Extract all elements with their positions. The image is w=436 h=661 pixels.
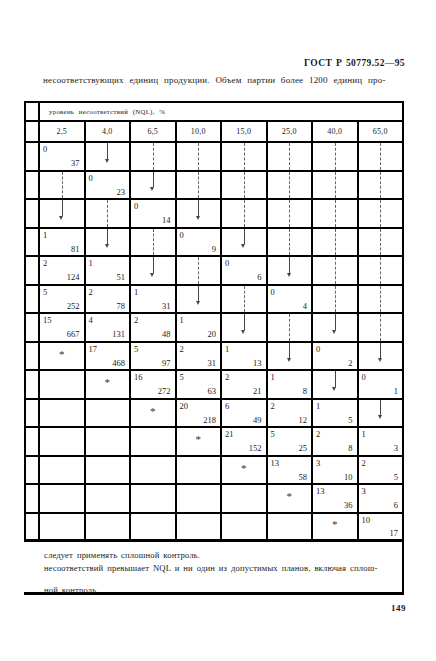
nql-header-cell: уровень несоответствий (NQL), % (40, 103, 404, 122)
sample-size: 81 (71, 245, 80, 254)
plan-cell: 16272 (131, 371, 177, 400)
down-arrow-icon (244, 314, 245, 330)
acceptance-number: 2 (43, 259, 47, 268)
plan-cell (177, 514, 223, 543)
sample-size: 31 (162, 302, 171, 311)
plan-cell (86, 428, 132, 457)
row-label-stub (26, 343, 40, 372)
plan-cell (222, 143, 268, 172)
plan-cell: 1336 (313, 485, 359, 514)
plan-cell: 037 (40, 143, 86, 172)
down-arrow-icon (241, 330, 245, 334)
sample-size: 58 (299, 473, 308, 482)
sample-size: 31 (208, 359, 217, 368)
plan-cell: 649 (222, 400, 268, 429)
acceptance-number: 1 (134, 288, 138, 297)
down-arrow-icon (62, 200, 63, 216)
continuation-line (335, 286, 336, 313)
plan-cell (313, 286, 359, 315)
acceptance-number: 20 (180, 402, 189, 411)
table-corner-cell (26, 103, 40, 122)
skip-asterisk: * (196, 435, 202, 446)
plan-cell (40, 514, 86, 543)
plan-cell: 17468 (86, 343, 132, 372)
plan-cell (222, 200, 268, 229)
sample-size: 667 (67, 330, 80, 339)
plan-cell: * (177, 428, 223, 457)
sample-size: 3 (394, 444, 398, 453)
acceptance-number: 5 (134, 345, 138, 354)
plan-cell (177, 485, 223, 514)
plan-cell: * (40, 343, 86, 372)
plan-cell: * (268, 485, 314, 514)
skip-asterisk: * (287, 492, 293, 503)
plan-cell (177, 457, 223, 486)
sample-size: 21 (253, 387, 262, 396)
skip-asterisk: * (241, 463, 247, 474)
column-header: 25,0 (268, 122, 314, 143)
plan-cell: 20218 (177, 400, 223, 429)
plan-cell (268, 314, 314, 343)
sample-size: 152 (249, 444, 262, 453)
acceptance-number: 4 (89, 316, 93, 325)
footnote-line: следует применять сплошной контроль. (44, 549, 402, 562)
plan-cell: * (222, 457, 268, 486)
plan-cell: * (86, 371, 132, 400)
plan-cell (359, 143, 405, 172)
continuation-line (289, 314, 290, 341)
plan-cell: 525 (268, 428, 314, 457)
row-label-stub (26, 143, 40, 172)
row-label-stub (26, 314, 40, 343)
sample-size: 252 (67, 302, 80, 311)
plan-cell (313, 143, 359, 172)
plan-cell (359, 172, 405, 201)
continuation-line (335, 172, 336, 199)
plan-cell: 310 (313, 457, 359, 486)
plan-cell: 131 (131, 286, 177, 315)
continuation-line (335, 229, 336, 256)
plan-cell (177, 172, 223, 201)
acceptance-number: 2 (362, 459, 366, 468)
continuation-line (153, 143, 154, 170)
continuation-line (380, 200, 381, 227)
plan-cell: 151 (86, 257, 132, 286)
down-arrow-icon (198, 200, 199, 216)
acceptance-number: 0 (362, 373, 366, 382)
plan-cell (268, 172, 314, 201)
sample-size: 20 (208, 330, 217, 339)
plan-cell: 15667 (40, 314, 86, 343)
plan-cell (131, 514, 177, 543)
down-arrow-icon (150, 187, 154, 191)
plan-cell (268, 343, 314, 372)
plan-cell (131, 229, 177, 258)
acceptance-number: 6 (225, 402, 229, 411)
sample-size: 5 (348, 416, 352, 425)
plan-cell (177, 257, 223, 286)
plan-cell (86, 457, 132, 486)
continuation-line (198, 143, 199, 170)
down-arrow-icon (196, 216, 200, 220)
plan-cell: 4131 (86, 314, 132, 343)
continuation-line (198, 257, 199, 284)
down-arrow-icon (153, 257, 154, 273)
acceptance-number: 5 (43, 288, 47, 297)
acceptance-number: 16 (134, 373, 143, 382)
down-arrow-icon (335, 371, 336, 387)
sample-size: 78 (117, 302, 126, 311)
down-arrow-icon (105, 244, 109, 248)
sample-size: 12 (299, 416, 308, 425)
continuation-line (153, 229, 154, 256)
continuation-line (198, 172, 199, 199)
acceptance-number: 5 (180, 373, 184, 382)
sample-size: 272 (158, 387, 171, 396)
continuation-line (380, 257, 381, 284)
plan-cell (40, 200, 86, 229)
plan-cell (86, 143, 132, 172)
plan-cell: 181 (40, 229, 86, 258)
plan-cell (313, 257, 359, 286)
acceptance-number: 0 (316, 345, 320, 354)
plan-cell: 113 (222, 343, 268, 372)
down-arrow-icon (153, 172, 154, 188)
sample-size: 6 (257, 273, 261, 282)
plan-cell (268, 257, 314, 286)
acceptance-number: 2 (89, 288, 93, 297)
plan-cell (313, 371, 359, 400)
plan-cell (268, 143, 314, 172)
acceptance-number: 0 (43, 145, 47, 154)
down-arrow-icon (287, 358, 291, 362)
skip-asterisk: * (105, 378, 111, 389)
sample-size: 14 (162, 216, 171, 225)
plan-cell (222, 514, 268, 543)
skip-asterisk: * (59, 349, 65, 360)
acceptance-number: 1 (271, 373, 275, 382)
plan-cell: 04 (268, 286, 314, 315)
down-arrow-icon (196, 301, 200, 305)
plan-cell (40, 457, 86, 486)
footnote-line: ной контроль (44, 584, 402, 597)
plan-cell: 5252 (40, 286, 86, 315)
plan-cell: 563 (177, 371, 223, 400)
nql-table-grid: уровень несоответствий (NQL), %2,54,06,5… (24, 101, 404, 542)
column-header: 6,5 (131, 122, 177, 143)
plan-cell (177, 200, 223, 229)
sample-size: 218 (203, 416, 216, 425)
down-arrow-icon (378, 415, 382, 419)
acceptance-number: 2 (225, 373, 229, 382)
continuation-line (380, 286, 381, 313)
acceptance-number: 0 (225, 259, 229, 268)
acceptance-number: 1 (89, 259, 93, 268)
plan-cell: 221 (222, 371, 268, 400)
plan-cell (40, 400, 86, 429)
plan-cell (313, 172, 359, 201)
row-label-stub (26, 428, 40, 457)
sample-size: 97 (162, 359, 171, 368)
plan-cell: 28 (313, 428, 359, 457)
skip-asterisk: * (150, 406, 156, 417)
plan-cell (222, 172, 268, 201)
intro-text: несоответствующих единиц продукции. Объе… (43, 75, 405, 85)
plan-cell (131, 428, 177, 457)
down-arrow-icon (332, 387, 336, 391)
continuation-line (62, 172, 63, 199)
plan-cell (40, 485, 86, 514)
plan-cell (359, 229, 405, 258)
continuation-line (289, 143, 290, 170)
column-header: 4,0 (86, 122, 132, 143)
continuation-line (380, 229, 381, 256)
plan-cell (177, 286, 223, 315)
sample-size: 131 (112, 330, 125, 339)
row-label-stub (26, 514, 40, 543)
skip-asterisk: * (332, 520, 338, 531)
plan-cell (131, 485, 177, 514)
row-label-stub (26, 257, 40, 286)
down-arrow-icon (287, 273, 291, 277)
sample-size: 23 (117, 188, 126, 197)
down-arrow-icon (105, 159, 109, 163)
plan-cell: 1017 (359, 514, 405, 543)
continuation-line (244, 172, 245, 199)
continuation-line (335, 143, 336, 170)
plan-cell (222, 229, 268, 258)
acceptance-number: 1 (225, 345, 229, 354)
down-arrow-icon (107, 143, 108, 159)
sample-size: 4 (303, 302, 307, 311)
sample-size: 124 (67, 273, 80, 282)
plan-cell: 18 (268, 371, 314, 400)
down-arrow-icon (241, 244, 245, 248)
acceptance-number: 0 (271, 288, 275, 297)
plan-cell: * (131, 400, 177, 429)
sample-size: 1 (394, 387, 398, 396)
plan-cell: 21152 (222, 428, 268, 457)
row-label-stub (26, 286, 40, 315)
footnote-line: несоответствий превышает NQL и ни один и… (44, 562, 402, 575)
down-arrow-icon (332, 330, 336, 334)
down-arrow-icon (378, 358, 382, 362)
continuation-line (335, 200, 336, 227)
sample-size: 63 (208, 387, 217, 396)
plan-cell (86, 400, 132, 429)
column-header: 65,0 (359, 122, 405, 143)
acceptance-number: 21 (225, 430, 234, 439)
plan-cell: 15 (313, 400, 359, 429)
plan-cell: 25 (359, 457, 405, 486)
plan-cell: 09 (177, 229, 223, 258)
acceptance-number: 2 (180, 345, 184, 354)
plan-cell (313, 314, 359, 343)
sample-size: 48 (162, 330, 171, 339)
acceptance-number: 2 (134, 316, 138, 325)
plan-cell (131, 143, 177, 172)
sample-size: 10 (344, 473, 353, 482)
down-arrow-icon (107, 229, 108, 245)
acceptance-number: 5 (271, 430, 275, 439)
plan-cell (268, 200, 314, 229)
sample-size: 9 (212, 245, 216, 254)
acceptance-number: 3 (362, 487, 366, 496)
sample-size: 36 (344, 501, 353, 510)
page-number: 149 (391, 603, 406, 613)
row-label-stub (26, 122, 40, 143)
plan-cell (131, 457, 177, 486)
plan-cell (222, 314, 268, 343)
down-arrow-icon (289, 257, 290, 273)
acceptance-number: 13 (271, 459, 280, 468)
sample-size: 37 (71, 159, 80, 168)
acceptance-number: 0 (180, 231, 184, 240)
plan-cell (131, 257, 177, 286)
continuation-line (380, 314, 381, 341)
down-arrow-icon (59, 216, 63, 220)
continuation-line (107, 200, 108, 227)
acceptance-number: 15 (43, 316, 52, 325)
continuation-line (289, 172, 290, 199)
plan-cell (40, 428, 86, 457)
column-header: 2,5 (40, 122, 86, 143)
row-label-stub (26, 457, 40, 486)
sample-size: 17 (390, 529, 399, 538)
continuation-line (244, 143, 245, 170)
acceptance-number: 1 (316, 402, 320, 411)
acceptance-number: 1 (362, 430, 366, 439)
row-label-stub (26, 200, 40, 229)
plan-cell (313, 200, 359, 229)
column-header: 40,0 (313, 122, 359, 143)
plan-cell (177, 143, 223, 172)
plan-cell: * (313, 514, 359, 543)
plan-cell (86, 514, 132, 543)
plan-cell: 023 (86, 172, 132, 201)
acceptance-number: 0 (134, 202, 138, 211)
plan-cell: 02 (313, 343, 359, 372)
sample-size: 468 (112, 359, 125, 368)
sample-size: 51 (117, 273, 126, 282)
plan-cell (40, 172, 86, 201)
sample-size: 2 (348, 359, 352, 368)
plan-cell (86, 200, 132, 229)
down-arrow-icon (335, 314, 336, 330)
plan-cell: 212 (268, 400, 314, 429)
acceptance-number: 1 (43, 231, 47, 240)
plan-cell (359, 200, 405, 229)
continuation-line (380, 172, 381, 199)
sample-size: 8 (303, 387, 307, 396)
continuation-line (289, 229, 290, 256)
plan-cell: 01 (359, 371, 405, 400)
plan-cell: 06 (222, 257, 268, 286)
sample-size: 6 (394, 501, 398, 510)
down-arrow-icon (244, 229, 245, 245)
sampling-plans-table: уровень несоответствий (NQL), %2,54,06,5… (24, 101, 404, 595)
row-label-stub (26, 172, 40, 201)
plan-cell (86, 229, 132, 258)
acceptance-number: 17 (89, 345, 98, 354)
plan-cell (222, 286, 268, 315)
plan-cell: 2124 (40, 257, 86, 286)
sample-size: 5 (394, 473, 398, 482)
plan-cell: 248 (131, 314, 177, 343)
plan-cell (40, 371, 86, 400)
plan-cell: 13 (359, 428, 405, 457)
plan-cell: 014 (131, 200, 177, 229)
acceptance-number: 0 (89, 174, 93, 183)
continuation-line (289, 200, 290, 227)
row-label-stub (26, 229, 40, 258)
sample-size: 25 (299, 444, 308, 453)
row-label-stub (26, 485, 40, 514)
plan-cell: 231 (177, 343, 223, 372)
plan-cell: 36 (359, 485, 405, 514)
plan-cell: 120 (177, 314, 223, 343)
plan-cell (359, 286, 405, 315)
plan-cell (86, 485, 132, 514)
plan-cell (359, 257, 405, 286)
acceptance-number: 2 (271, 402, 275, 411)
down-arrow-icon (380, 400, 381, 416)
down-arrow-icon (198, 286, 199, 302)
plan-cell (131, 172, 177, 201)
row-label-stub (26, 371, 40, 400)
standard-reference: ГОСТ Р 50779.52—95 (304, 58, 405, 68)
plan-cell (359, 343, 405, 372)
acceptance-number: 13 (316, 487, 325, 496)
continuation-line (380, 143, 381, 170)
plan-cell (268, 229, 314, 258)
down-arrow-icon (380, 343, 381, 359)
plan-cell (359, 314, 405, 343)
plan-cell (313, 229, 359, 258)
plan-cell (268, 514, 314, 543)
plan-cell: 1358 (268, 457, 314, 486)
plan-cell: 278 (86, 286, 132, 315)
down-arrow-icon (150, 273, 154, 277)
plan-cell (222, 485, 268, 514)
continuation-line (244, 200, 245, 227)
acceptance-number: 2 (316, 430, 320, 439)
acceptance-number: 10 (362, 516, 371, 525)
row-label-stub (26, 400, 40, 429)
plan-cell: 597 (131, 343, 177, 372)
sample-size: 8 (348, 444, 352, 453)
acceptance-number: 1 (180, 316, 184, 325)
continuation-line (335, 257, 336, 284)
sample-size: 13 (253, 359, 262, 368)
plan-cell (359, 400, 405, 429)
column-header: 10,0 (177, 122, 223, 143)
acceptance-number: 3 (316, 459, 320, 468)
table-footnote-area: следует применять сплошной контроль. нес… (24, 542, 404, 595)
column-header: 15,0 (222, 122, 268, 143)
continuation-line (244, 286, 245, 313)
sample-size: 49 (253, 416, 262, 425)
down-arrow-icon (289, 343, 290, 359)
